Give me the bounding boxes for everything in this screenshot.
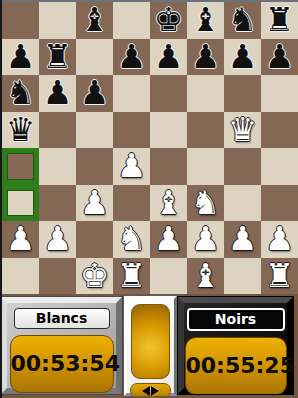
black-pawn: ♟ <box>228 39 258 75</box>
clock-bar: Blancs 00:53:54 Noirs 00:55:25 <box>0 294 298 398</box>
black-king: ♚ <box>154 2 184 38</box>
square-d3[interactable] <box>113 185 150 222</box>
square-a7[interactable]: ♟ <box>2 39 39 76</box>
white-rook: ♜ <box>117 258 147 294</box>
white-knight: ♞ <box>117 221 147 257</box>
black-pawn: ♟ <box>43 75 73 111</box>
black-queen: ♛ <box>6 112 36 148</box>
square-a3[interactable] <box>2 185 39 222</box>
square-h5[interactable] <box>261 112 298 149</box>
square-d5[interactable] <box>113 112 150 149</box>
white-pawn: ♟ <box>154 221 184 257</box>
square-b6[interactable]: ♟ <box>39 75 76 112</box>
white-player-label: Blancs <box>14 308 110 329</box>
square-e6[interactable] <box>150 75 187 112</box>
square-b4[interactable] <box>39 148 76 185</box>
black-rook: ♜ <box>43 39 73 75</box>
white-rook: ♜ <box>265 258 295 294</box>
square-a1[interactable] <box>2 258 39 295</box>
white-pawn: ♟ <box>191 221 221 257</box>
white-pawn: ♟ <box>265 221 295 257</box>
square-f6[interactable] <box>187 75 224 112</box>
square-h1[interactable]: ♜ <box>261 258 298 295</box>
square-h3[interactable] <box>261 185 298 222</box>
square-f5[interactable] <box>187 112 224 149</box>
square-e3[interactable]: ♝ <box>150 185 187 222</box>
square-f8[interactable]: ♝ <box>187 2 224 39</box>
black-knight: ♞ <box>6 75 36 111</box>
square-g7[interactable]: ♟ <box>224 39 261 76</box>
square-h8[interactable]: ♜ <box>261 2 298 39</box>
clock-arrows-bar[interactable] <box>130 383 171 398</box>
square-d8[interactable] <box>113 2 150 39</box>
chess-board: ♝♚♝♞♜♟♜♟♟♟♟♟♞♟♟♛♛♟♟♝♞♟♟♞♟♟♟♟♚♜♝♜ <box>2 2 298 294</box>
square-d1[interactable]: ♜ <box>113 258 150 295</box>
square-a2[interactable]: ♟ <box>2 221 39 258</box>
white-pawn: ♟ <box>228 221 258 257</box>
chess-app-window: ♝♚♝♞♜♟♜♟♟♟♟♟♞♟♟♛♛♟♟♝♞♟♟♞♟♟♟♟♚♜♝♜ Blancs … <box>0 0 298 398</box>
black-clock-panel: Noirs 00:55:25 <box>178 297 293 394</box>
square-g4[interactable] <box>224 148 261 185</box>
square-g2[interactable]: ♟ <box>224 221 261 258</box>
square-e1[interactable] <box>150 258 187 295</box>
square-c5[interactable] <box>76 112 113 149</box>
left-arrow-icon[interactable] <box>142 386 150 396</box>
white-bishop: ♝ <box>154 185 184 221</box>
square-e2[interactable]: ♟ <box>150 221 187 258</box>
square-h4[interactable] <box>261 148 298 185</box>
square-f4[interactable] <box>187 148 224 185</box>
square-b3[interactable] <box>39 185 76 222</box>
square-g6[interactable] <box>224 75 261 112</box>
white-pawn: ♟ <box>6 221 36 257</box>
square-c6[interactable]: ♟ <box>76 75 113 112</box>
square-a4[interactable] <box>2 148 39 185</box>
square-a6[interactable]: ♞ <box>2 75 39 112</box>
square-f7[interactable]: ♟ <box>187 39 224 76</box>
black-pawn: ♟ <box>6 39 36 75</box>
square-b1[interactable] <box>39 258 76 295</box>
square-h2[interactable]: ♟ <box>261 221 298 258</box>
black-pawn: ♟ <box>191 39 221 75</box>
square-b2[interactable]: ♟ <box>39 221 76 258</box>
square-h7[interactable]: ♟ <box>261 39 298 76</box>
square-f3[interactable]: ♞ <box>187 185 224 222</box>
white-pawn: ♟ <box>117 148 147 184</box>
clock-toggle-button[interactable] <box>131 304 170 379</box>
square-b5[interactable] <box>39 112 76 149</box>
white-bishop: ♝ <box>191 258 221 294</box>
black-bishop: ♝ <box>80 2 110 38</box>
black-rook: ♜ <box>265 2 295 38</box>
square-g5[interactable]: ♛ <box>224 112 261 149</box>
square-d7[interactable]: ♟ <box>113 39 150 76</box>
square-c3[interactable]: ♟ <box>76 185 113 222</box>
black-knight: ♞ <box>228 2 258 38</box>
square-c7[interactable] <box>76 39 113 76</box>
square-b7[interactable]: ♜ <box>39 39 76 76</box>
square-e7[interactable]: ♟ <box>150 39 187 76</box>
black-pawn: ♟ <box>80 75 110 111</box>
white-clock-time: 00:53:54 <box>10 335 114 393</box>
window-left-edge <box>0 0 2 398</box>
square-e4[interactable] <box>150 148 187 185</box>
square-f2[interactable]: ♟ <box>187 221 224 258</box>
square-c8[interactable]: ♝ <box>76 2 113 39</box>
square-d6[interactable] <box>113 75 150 112</box>
square-h6[interactable] <box>261 75 298 112</box>
black-player-label: Noirs <box>187 308 285 331</box>
black-pawn: ♟ <box>117 39 147 75</box>
white-pawn: ♟ <box>80 185 110 221</box>
square-e5[interactable] <box>150 112 187 149</box>
white-queen: ♛ <box>228 112 258 148</box>
square-g3[interactable] <box>224 185 261 222</box>
right-arrow-icon[interactable] <box>151 386 159 396</box>
black-clock-time: 00:55:25 <box>185 337 287 395</box>
white-clock-panel: Blancs 00:53:54 <box>1 297 122 394</box>
square-d4[interactable]: ♟ <box>113 148 150 185</box>
square-b8[interactable] <box>39 2 76 39</box>
white-knight: ♞ <box>191 185 221 221</box>
square-d2[interactable]: ♞ <box>113 221 150 258</box>
square-g1[interactable] <box>224 258 261 295</box>
square-c4[interactable] <box>76 148 113 185</box>
black-bishop: ♝ <box>191 2 221 38</box>
square-c2[interactable] <box>76 221 113 258</box>
white-king: ♚ <box>80 258 110 294</box>
square-a8[interactable] <box>2 2 39 39</box>
black-pawn: ♟ <box>154 39 184 75</box>
square-e8[interactable]: ♚ <box>150 2 187 39</box>
clock-selector-panel <box>124 296 177 396</box>
black-pawn: ♟ <box>265 39 295 75</box>
white-pawn: ♟ <box>43 221 73 257</box>
square-g8[interactable]: ♞ <box>224 2 261 39</box>
square-f1[interactable]: ♝ <box>187 258 224 295</box>
square-a5[interactable]: ♛ <box>2 112 39 149</box>
square-c1[interactable]: ♚ <box>76 258 113 295</box>
